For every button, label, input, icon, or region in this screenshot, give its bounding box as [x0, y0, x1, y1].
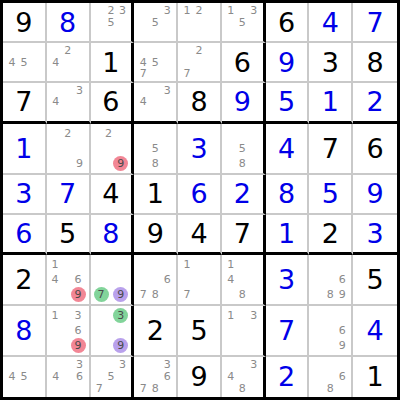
- candidate-r8c8-pos5: [324, 323, 336, 338]
- cell-r2c3[interactable]: 1: [91, 43, 135, 83]
- cell-r9c4[interactable]: 3678: [134, 357, 178, 397]
- candidates-r8c8: 69: [309, 306, 351, 355]
- cell-r9c5[interactable]: 9: [178, 357, 222, 397]
- candidate-r7c2-pos3: [71, 257, 86, 272]
- candidate-r9c8-pos7: [312, 383, 324, 395]
- cell-r6c9[interactable]: 3: [353, 215, 397, 255]
- cell-r7c9[interactable]: 5: [353, 255, 397, 306]
- candidate-r7c6-pos5: [236, 272, 248, 287]
- cell-r2c4[interactable]: 457: [134, 43, 178, 83]
- candidate-r8c3-pos6: [113, 323, 128, 338]
- cell-r1c8[interactable]: 4: [309, 3, 353, 43]
- cell-r4c9[interactable]: 6: [353, 124, 397, 175]
- candidate-r9c4-pos1: [137, 359, 149, 371]
- candidate-r8c6-pos1: 1: [225, 308, 237, 323]
- candidate-r3c2-pos8: [62, 107, 74, 118]
- candidate-r3c2-pos3: 3: [74, 85, 86, 96]
- candidate-r7c2-pos5: [60, 272, 70, 287]
- candidate-r2c4-pos1: [137, 45, 149, 56]
- candidate-r9c8-pos9: [336, 383, 348, 395]
- candidate-r4c6-pos3: [248, 126, 260, 141]
- candidate-r8c2-pos5: [60, 323, 70, 338]
- candidate-r9c8-pos1: [312, 359, 324, 371]
- candidate-r9c8-pos3: [336, 359, 348, 371]
- cell-r8c5[interactable]: 5: [178, 306, 222, 357]
- candidate-r9c6-pos7: [225, 383, 237, 395]
- candidate-r1c6-pos4: [225, 16, 237, 27]
- solved-digit-r5c5: 6: [190, 180, 207, 207]
- cell-r2c7[interactable]: 9: [266, 43, 310, 83]
- candidate-r1c6-pos2: [236, 5, 248, 16]
- candidate-r8c2-pos8: [60, 338, 70, 353]
- candidate-r8c6-pos4: [225, 323, 237, 338]
- cell-r4c4[interactable]: 58: [134, 124, 178, 175]
- candidate-r4c2-pos2: 2: [62, 126, 74, 141]
- candidate-r1c4-pos6: [161, 16, 173, 27]
- candidate-r1c3-pos2: 2: [105, 5, 117, 16]
- cell-r5c1[interactable]: 3: [3, 175, 47, 215]
- candidate-r4c2-pos1: [50, 126, 62, 141]
- candidate-r9c4-pos3: 3: [161, 359, 173, 371]
- candidate-r1c4-pos8: [149, 28, 161, 39]
- candidate-r1c3-pos4: [94, 16, 106, 27]
- candidate-r4c3-pos9: 9: [113, 156, 128, 171]
- candidate-r7c8-pos1: [312, 257, 324, 272]
- candidate-r8c6-pos3: 3: [248, 308, 260, 323]
- candidate-r7c8-pos2: [324, 257, 336, 272]
- candidate-r4c3-pos7: [94, 156, 104, 171]
- candidates-r1c3: 235: [91, 3, 132, 41]
- candidates-r2c2: 24: [47, 43, 89, 81]
- candidate-r1c6-pos7: [225, 28, 237, 39]
- candidate-r8c6-pos9: [248, 338, 260, 353]
- cell-r8c3[interactable]: 39: [91, 306, 135, 357]
- solved-digit-r5c2: 7: [59, 180, 76, 207]
- candidate-r9c2-pos4: 4: [50, 371, 62, 383]
- candidate-r8c6-pos7: [225, 338, 237, 353]
- candidate-r9c4-pos2: [149, 359, 161, 371]
- cell-r5c6[interactable]: 2: [222, 175, 266, 215]
- candidate-r2c2-pos3: [74, 45, 86, 56]
- candidate-r9c2-pos8: [62, 383, 74, 395]
- candidate-r2c2-pos7: [50, 68, 62, 79]
- candidate-r9c3-pos8: [105, 383, 117, 395]
- candidate-r1c3-pos6: [117, 16, 129, 27]
- candidate-r4c2-pos8: [62, 156, 74, 171]
- solved-digit-r3c6: 9: [234, 88, 251, 115]
- candidate-r9c8-pos2: [324, 359, 336, 371]
- candidates-r8c2: 1369: [47, 306, 89, 355]
- candidate-r8c2-pos4: [50, 323, 60, 338]
- candidate-r2c1-pos3: [30, 45, 42, 56]
- cell-r3c6[interactable]: 9: [222, 83, 266, 123]
- candidate-r2c5-pos1: [181, 45, 193, 56]
- cell-r9c2[interactable]: 346: [47, 357, 91, 397]
- solved-digit-r5c1: 3: [15, 180, 32, 207]
- cell-r3c4[interactable]: 34: [134, 83, 178, 123]
- cell-r5c3[interactable]: 4: [91, 175, 135, 215]
- solved-digit-r8c1: 8: [15, 317, 32, 344]
- cell-r1c5[interactable]: 12: [178, 3, 222, 43]
- cell-r2c2[interactable]: 24: [47, 43, 91, 83]
- candidate-r1c6-pos8: [236, 28, 248, 39]
- candidate-r4c4-pos7: [137, 156, 149, 171]
- given-digit-r6c2: 5: [59, 220, 76, 247]
- candidate-r4c4-pos6: [161, 141, 173, 156]
- candidate-r2c5-pos5: [193, 57, 205, 68]
- candidate-r9c3-pos2: [105, 359, 117, 371]
- cell-r6c3[interactable]: 8: [91, 215, 135, 255]
- candidate-r9c4-pos7: 7: [137, 383, 149, 395]
- candidate-r7c4-pos4: [137, 272, 149, 287]
- given-digit-r4c8: 7: [322, 135, 339, 162]
- cell-r8c1[interactable]: 8: [3, 306, 47, 357]
- candidate-r4c3-pos5: [103, 141, 113, 156]
- given-digit-r6c5: 4: [190, 220, 207, 247]
- candidate-r9c8-pos4: [312, 371, 324, 383]
- candidate-r9c1-pos8: [18, 383, 30, 395]
- candidate-r7c6-pos3: [248, 257, 260, 272]
- cell-r8c4[interactable]: 2: [134, 306, 178, 357]
- candidate-r9c1-pos1: [6, 359, 18, 371]
- cell-r6c5[interactable]: 4: [178, 215, 222, 255]
- candidate-r1c5-pos6: [205, 16, 217, 27]
- candidate-r2c1-pos2: [18, 45, 30, 56]
- cell-r8c8[interactable]: 69: [309, 306, 353, 357]
- given-digit-r5c3: 4: [102, 180, 119, 207]
- cell-r4c3[interactable]: 29: [91, 124, 135, 175]
- given-digit-r1c1: 9: [15, 9, 32, 36]
- solved-digit-r4c5: 3: [190, 135, 207, 162]
- candidate-r9c2-pos5: [62, 371, 74, 383]
- cell-r7c7[interactable]: 3: [266, 255, 310, 306]
- cell-r1c6[interactable]: 135: [222, 3, 266, 43]
- candidate-r2c2-pos9: [74, 68, 86, 79]
- cell-r1c7[interactable]: 6: [266, 3, 310, 43]
- cell-r7c2[interactable]: 1469: [47, 255, 91, 306]
- cell-r5c4[interactable]: 1: [134, 175, 178, 215]
- cell-r3c2[interactable]: 34: [47, 83, 91, 123]
- candidate-r9c8-pos8: 8: [324, 383, 336, 395]
- candidate-r4c3-pos4: [94, 141, 104, 156]
- cell-r7c6[interactable]: 148: [222, 255, 266, 306]
- solved-digit-r6c9: 3: [367, 220, 384, 247]
- cell-r6c6[interactable]: 7: [222, 215, 266, 255]
- candidate-r2c5-pos6: [205, 57, 217, 68]
- candidate-r7c4-pos8: 8: [149, 287, 161, 302]
- candidate-r4c6-pos8: 8: [236, 156, 248, 171]
- highlight-pink-r8c2-digit9: 9: [71, 338, 86, 353]
- candidate-r8c8-pos3: [336, 308, 348, 323]
- solved-digit-r5c6: 2: [234, 180, 251, 207]
- candidate-r7c6-pos1: 1: [225, 257, 237, 272]
- cell-r9c9[interactable]: 1: [353, 357, 397, 397]
- candidate-r9c6-pos6: [248, 371, 260, 383]
- candidate-r7c5-pos6: [205, 272, 217, 287]
- candidate-r4c4-pos5: 5: [149, 141, 161, 156]
- candidate-r7c4-pos6: 6: [161, 272, 173, 287]
- candidate-r7c2-pos4: 4: [50, 272, 60, 287]
- candidate-r8c8-pos4: [312, 323, 324, 338]
- candidate-r4c2-pos4: [50, 141, 62, 156]
- candidate-r7c4-pos2: [149, 257, 161, 272]
- candidate-r9c2-pos2: [62, 359, 74, 371]
- cell-r7c3[interactable]: 79: [91, 255, 135, 306]
- cell-r3c3[interactable]: 6: [91, 83, 135, 123]
- candidates-r1c6: 135: [222, 3, 263, 41]
- candidate-r7c3-pos1: [94, 257, 109, 272]
- candidate-r7c5-pos8: [193, 287, 205, 302]
- candidate-r2c2-pos2: 2: [62, 45, 74, 56]
- highlight-purple-r7c3-digit9: 9: [113, 287, 128, 302]
- cell-r4c5[interactable]: 3: [178, 124, 222, 175]
- candidate-r2c5-pos8: [193, 68, 205, 79]
- cell-r3c8[interactable]: 1: [309, 83, 353, 123]
- candidate-r9c3-pos5: 5: [105, 371, 117, 383]
- candidate-r4c3-pos1: [94, 126, 104, 141]
- cell-r3c1[interactable]: 7: [3, 83, 47, 123]
- cell-r4c6[interactable]: 58: [222, 124, 266, 175]
- candidate-r8c8-pos7: [312, 338, 324, 353]
- candidate-r1c5-pos4: [181, 16, 193, 27]
- candidate-r4c6-pos1: [225, 126, 237, 141]
- candidate-r9c1-pos6: [30, 371, 42, 383]
- candidate-r7c5-pos9: [205, 287, 217, 302]
- candidates-r4c4: 58: [134, 124, 176, 173]
- candidate-r2c1-pos9: [30, 68, 42, 79]
- cell-r8c7[interactable]: 7: [266, 306, 310, 357]
- cell-r2c1[interactable]: 45: [3, 43, 47, 83]
- candidate-r2c4-pos3: [161, 45, 173, 56]
- cell-r3c5[interactable]: 8: [178, 83, 222, 123]
- cell-r2c8[interactable]: 3: [309, 43, 353, 83]
- cell-r5c2[interactable]: 7: [47, 175, 91, 215]
- candidates-r8c3: 39: [91, 306, 132, 355]
- candidate-r7c6-pos8: 8: [236, 287, 248, 302]
- candidate-r7c2-pos8: [60, 287, 70, 302]
- solved-digit-r7c7: 3: [278, 266, 295, 293]
- solved-digit-r3c9: 2: [367, 88, 384, 115]
- cell-r1c1[interactable]: 9: [3, 3, 47, 43]
- candidate-r9c6-pos4: 4: [225, 371, 237, 383]
- cell-r2c9[interactable]: 8: [353, 43, 397, 83]
- cell-r3c7[interactable]: 5: [266, 83, 310, 123]
- candidate-r2c5-pos3: [205, 45, 217, 56]
- candidate-r9c2-pos3: 3: [74, 359, 86, 371]
- candidate-r1c6-pos6: [248, 16, 260, 27]
- cell-r9c1[interactable]: 45: [3, 357, 47, 397]
- candidate-r2c4-pos7: 7: [137, 68, 149, 79]
- candidate-r7c3-pos7: 7: [94, 287, 109, 302]
- cell-r7c4[interactable]: 678: [134, 255, 178, 306]
- candidate-r8c6-pos6: [248, 323, 260, 338]
- cell-r1c4[interactable]: 35: [134, 3, 178, 43]
- cell-r4c7[interactable]: 4: [266, 124, 310, 175]
- cell-r7c8[interactable]: 689: [309, 255, 353, 306]
- cell-r9c3[interactable]: 357: [91, 357, 135, 397]
- candidate-r1c5-pos9: [205, 28, 217, 39]
- solved-digit-r8c9: 4: [367, 317, 384, 344]
- cell-r3c9[interactable]: 2: [353, 83, 397, 123]
- candidate-r1c5-pos7: [181, 28, 193, 39]
- candidate-r9c1-pos5: 5: [18, 371, 30, 383]
- candidate-r7c8-pos5: [324, 272, 336, 287]
- candidate-r7c5-pos3: [205, 257, 217, 272]
- given-digit-r7c1: 2: [15, 266, 32, 293]
- candidate-r7c4-pos9: [161, 287, 173, 302]
- cell-r1c3[interactable]: 235: [91, 3, 135, 43]
- candidate-r7c5-pos5: [193, 272, 205, 287]
- given-digit-r5c4: 1: [147, 180, 164, 207]
- candidates-r7c6: 148: [222, 255, 263, 304]
- candidate-r9c8-pos5: [324, 371, 336, 383]
- candidate-r3c4-pos6: [161, 96, 173, 107]
- solved-digit-r1c8: 4: [322, 9, 339, 36]
- solved-digit-r1c9: 7: [367, 9, 384, 36]
- given-digit-r6c4: 9: [147, 220, 164, 247]
- candidate-r3c2-pos7: [50, 107, 62, 118]
- candidate-r7c2-pos9: 9: [71, 287, 86, 302]
- candidate-r1c4-pos9: [161, 28, 173, 39]
- candidate-r9c1-pos3: [30, 359, 42, 371]
- candidate-r7c4-pos1: [137, 257, 149, 272]
- cell-r7c5[interactable]: 17: [178, 255, 222, 306]
- candidate-r9c6-pos3: 3: [248, 359, 260, 371]
- candidate-r9c2-pos1: [50, 359, 62, 371]
- cell-r1c2[interactable]: 8: [47, 3, 91, 43]
- cell-r6c8[interactable]: 2: [309, 215, 353, 255]
- candidate-r2c1-pos1: [6, 45, 18, 56]
- candidate-r1c4-pos5: 5: [149, 16, 161, 27]
- cell-r5c5[interactable]: 6: [178, 175, 222, 215]
- cell-r4c2[interactable]: 29: [47, 124, 91, 175]
- candidate-r7c6-pos4: 4: [225, 272, 237, 287]
- candidate-r9c3-pos4: [94, 371, 106, 383]
- candidate-r9c3-pos7: 7: [94, 383, 106, 395]
- cell-r8c9[interactable]: 4: [353, 306, 397, 357]
- candidates-r9c4: 3678: [134, 357, 176, 397]
- cell-r2c5[interactable]: 27: [178, 43, 222, 83]
- candidate-r8c6-pos8: [236, 338, 248, 353]
- solved-digit-r6c3: 8: [102, 220, 119, 247]
- candidate-r1c5-pos8: [193, 28, 205, 39]
- cell-r8c6[interactable]: 13: [222, 306, 266, 357]
- highlight-green-r7c3-digit7: 7: [94, 287, 109, 302]
- candidate-r7c8-pos8: 8: [324, 287, 336, 302]
- candidate-r2c2-pos4: 4: [50, 57, 62, 68]
- candidate-r1c3-pos7: [94, 28, 106, 39]
- candidate-r2c1-pos7: [6, 68, 18, 79]
- cell-r6c4[interactable]: 9: [134, 215, 178, 255]
- cell-r6c2[interactable]: 5: [47, 215, 91, 255]
- candidates-r9c2: 346: [47, 357, 89, 397]
- solved-digit-r5c8: 5: [322, 180, 339, 207]
- candidate-r9c2-pos7: [50, 383, 62, 395]
- cell-r6c7[interactable]: 1: [266, 215, 310, 255]
- candidates-r4c3: 29: [91, 124, 132, 173]
- cell-r1c9[interactable]: 7: [353, 3, 397, 43]
- candidates-r1c4: 35: [134, 3, 176, 41]
- cell-r9c7[interactable]: 2: [266, 357, 310, 397]
- candidates-r2c4: 457: [134, 43, 176, 81]
- candidate-r9c1-pos9: [30, 383, 42, 395]
- candidate-r1c3-pos9: [117, 28, 129, 39]
- candidate-r7c6-pos6: [248, 272, 260, 287]
- candidate-r8c8-pos6: 6: [336, 323, 348, 338]
- cell-r5c8[interactable]: 5: [309, 175, 353, 215]
- given-digit-r4c9: 6: [367, 135, 384, 162]
- candidate-r8c3-pos5: [103, 323, 113, 338]
- solved-digit-r9c7: 2: [278, 363, 295, 390]
- candidate-r9c4-pos8: 8: [149, 383, 161, 395]
- candidates-r3c2: 34: [47, 83, 89, 120]
- given-digit-r1c7: 6: [278, 9, 295, 36]
- candidate-r4c2-pos5: [62, 141, 74, 156]
- candidate-r2c5-pos9: [205, 68, 217, 79]
- candidate-r9c6-pos1: [225, 359, 237, 371]
- candidate-r9c3-pos9: [117, 383, 129, 395]
- cell-r8c2[interactable]: 1369: [47, 306, 91, 357]
- candidate-r1c6-pos9: [248, 28, 260, 39]
- candidate-r1c3-pos5: 5: [105, 16, 117, 27]
- solved-digit-r2c7: 9: [278, 49, 295, 76]
- candidate-r4c2-pos6: [74, 141, 86, 156]
- cell-r5c9[interactable]: 9: [353, 175, 397, 215]
- candidate-r7c2-pos7: [50, 287, 60, 302]
- candidate-r4c6-pos6: [248, 141, 260, 156]
- candidate-r3c2-pos2: [62, 85, 74, 96]
- cell-r5c7[interactable]: 8: [266, 175, 310, 215]
- candidate-r8c6-pos2: [236, 308, 248, 323]
- candidate-r4c3-pos2: 2: [103, 126, 113, 141]
- solved-digit-r3c7: 5: [278, 88, 295, 115]
- highlight-purple-r8c3-digit9: 9: [113, 338, 128, 353]
- cell-r4c1[interactable]: 1: [3, 124, 47, 175]
- cell-r7c1[interactable]: 2: [3, 255, 47, 306]
- candidates-r3c4: 34: [134, 83, 176, 120]
- cell-r9c6[interactable]: 348: [222, 357, 266, 397]
- candidates-r9c3: 357: [91, 357, 132, 397]
- cell-r9c8[interactable]: 68: [309, 357, 353, 397]
- cell-r6c1[interactable]: 6: [3, 215, 47, 255]
- candidates-r7c2: 1469: [47, 255, 89, 304]
- cell-r2c6[interactable]: 6: [222, 43, 266, 83]
- solved-digit-r6c7: 1: [278, 220, 295, 247]
- candidate-r2c4-pos8: [149, 68, 161, 79]
- given-digit-r8c4: 2: [147, 317, 164, 344]
- candidate-r8c2-pos2: [60, 308, 70, 323]
- given-digit-r2c3: 1: [102, 49, 119, 76]
- candidate-r4c3-pos3: [113, 126, 128, 141]
- candidate-r8c3-pos9: 9: [113, 338, 128, 353]
- candidate-r2c1-pos6: [30, 57, 42, 68]
- candidate-r8c3-pos8: [103, 338, 113, 353]
- candidate-r8c2-pos7: [50, 338, 60, 353]
- candidate-r4c4-pos3: [161, 126, 173, 141]
- candidate-r4c3-pos8: [103, 156, 113, 171]
- candidate-r3c2-pos5: [62, 96, 74, 107]
- given-digit-r3c5: 8: [190, 88, 207, 115]
- cell-r4c8[interactable]: 7: [309, 124, 353, 175]
- candidate-r4c6-pos5: 5: [236, 141, 248, 156]
- highlight-pink-r4c3-digit9: 9: [113, 156, 128, 171]
- candidate-r2c4-pos9: [161, 68, 173, 79]
- solved-digit-r3c8: 1: [322, 88, 339, 115]
- candidate-r9c4-pos5: [149, 371, 161, 383]
- candidate-r8c2-pos1: 1: [50, 308, 60, 323]
- candidates-r1c5: 12: [178, 3, 220, 41]
- candidate-r7c4-pos7: 7: [137, 287, 149, 302]
